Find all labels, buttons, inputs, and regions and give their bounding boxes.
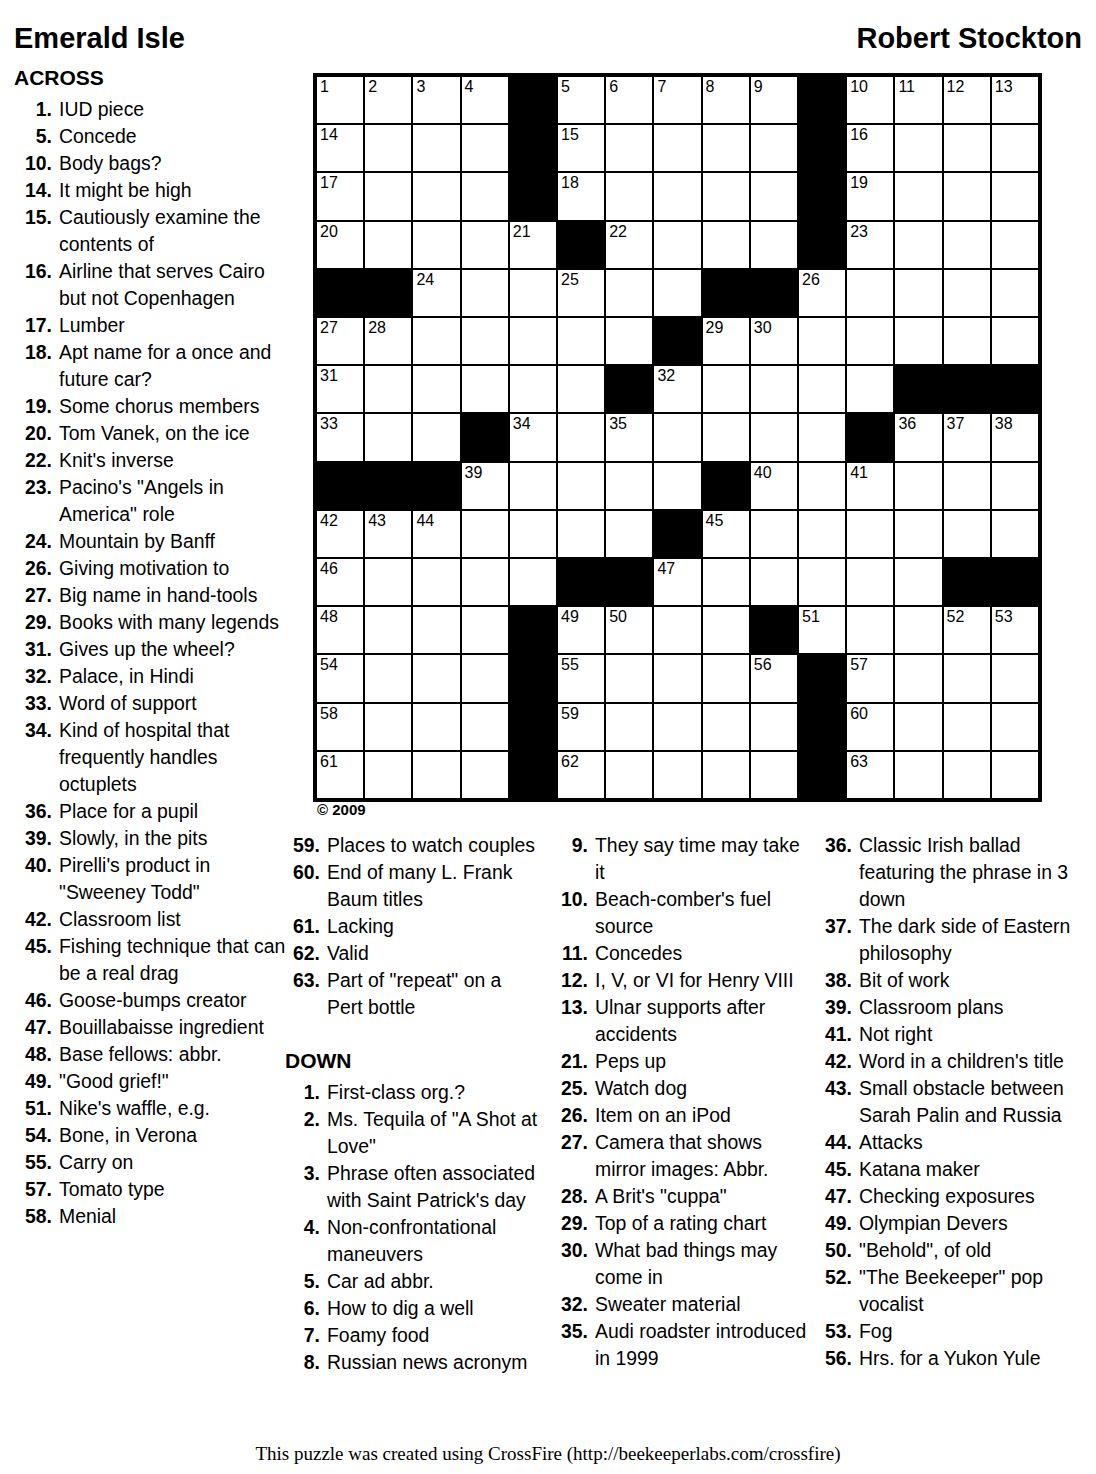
- white-cell[interactable]: [413, 173, 459, 219]
- white-cell[interactable]: [462, 173, 508, 219]
- clue-number: 38.: [815, 967, 859, 994]
- clue-item: 29.Top of a rating chart: [550, 1210, 812, 1237]
- white-cell[interactable]: 55: [558, 655, 604, 701]
- white-cell[interactable]: [799, 414, 845, 460]
- white-cell[interactable]: [703, 607, 749, 653]
- white-cell[interactable]: [462, 222, 508, 268]
- black-cell: [944, 366, 990, 412]
- clue-item: 36.Place for a pupil: [14, 798, 290, 825]
- clue-number: 2.: [285, 1106, 327, 1133]
- clue-number: 39.: [14, 825, 59, 852]
- white-cell[interactable]: [413, 318, 459, 364]
- clue-item: 2.Ms. Tequila of "A Shot at Love": [285, 1106, 542, 1160]
- white-cell[interactable]: [751, 222, 797, 268]
- cell-number: 41: [850, 464, 868, 482]
- clue-item: 37.The dark side of Eastern philosophy: [815, 913, 1093, 967]
- white-cell[interactable]: [654, 752, 700, 798]
- clue-number: 33.: [14, 690, 59, 717]
- clue-number: 13.: [550, 994, 595, 1021]
- white-cell[interactable]: [799, 463, 845, 509]
- clue-item: 3.Phrase often associated with Saint Pat…: [285, 1160, 542, 1214]
- white-cell[interactable]: [606, 318, 652, 364]
- clue-text: Airline that serves Cairo but not Copenh…: [59, 258, 290, 312]
- clue-item: 21.Peps up: [550, 1048, 812, 1075]
- white-cell[interactable]: [365, 366, 411, 412]
- white-cell[interactable]: 28: [365, 318, 411, 364]
- white-cell[interactable]: [654, 704, 700, 750]
- clue-item: 29.Books with many legends: [14, 609, 290, 636]
- white-cell[interactable]: 49: [558, 607, 604, 653]
- white-cell[interactable]: 51: [799, 607, 845, 653]
- black-cell: [606, 559, 652, 605]
- white-cell[interactable]: [751, 414, 797, 460]
- white-cell[interactable]: [462, 270, 508, 316]
- white-cell[interactable]: [944, 173, 990, 219]
- clue-text: Places to watch couples: [327, 832, 542, 859]
- white-cell[interactable]: 6: [606, 77, 652, 123]
- white-cell[interactable]: [944, 511, 990, 557]
- white-cell[interactable]: [944, 752, 990, 798]
- white-cell[interactable]: [944, 704, 990, 750]
- white-cell[interactable]: [413, 125, 459, 171]
- white-cell[interactable]: 58: [317, 704, 363, 750]
- white-cell[interactable]: [654, 655, 700, 701]
- white-cell[interactable]: 18: [558, 173, 604, 219]
- white-cell[interactable]: [606, 270, 652, 316]
- white-cell[interactable]: [751, 752, 797, 798]
- white-cell[interactable]: [895, 655, 941, 701]
- clue-number: 49.: [14, 1068, 59, 1095]
- white-cell[interactable]: [462, 752, 508, 798]
- white-cell[interactable]: [510, 270, 556, 316]
- white-cell[interactable]: 27: [317, 318, 363, 364]
- white-cell[interactable]: [944, 655, 990, 701]
- white-cell[interactable]: 13: [992, 77, 1038, 123]
- white-cell[interactable]: [654, 414, 700, 460]
- white-cell[interactable]: 59: [558, 704, 604, 750]
- white-cell[interactable]: [365, 655, 411, 701]
- down-clues-list-2: 9.They say time may take it10.Beach-comb…: [550, 832, 812, 1372]
- bottom-column-1: 59.Places to watch couples60.End of many…: [285, 832, 542, 1376]
- clue-item: 25.Watch dog: [550, 1075, 812, 1102]
- clue-item: 63.Part of "repeat" on a Pert bottle: [285, 967, 542, 1021]
- white-cell[interactable]: [847, 270, 893, 316]
- white-cell[interactable]: [847, 607, 893, 653]
- cell-number: 31: [320, 367, 338, 385]
- clue-item: 47.Checking exposures: [815, 1183, 1093, 1210]
- white-cell[interactable]: 53: [992, 607, 1038, 653]
- white-cell[interactable]: [462, 318, 508, 364]
- cell-number: 8: [706, 78, 715, 96]
- clue-item: 41.Not right: [815, 1021, 1093, 1048]
- white-cell[interactable]: 4: [462, 77, 508, 123]
- white-cell[interactable]: 60: [847, 704, 893, 750]
- white-cell[interactable]: 8: [703, 77, 749, 123]
- white-cell[interactable]: 14: [317, 125, 363, 171]
- white-cell[interactable]: 24: [413, 270, 459, 316]
- white-cell[interactable]: [992, 318, 1038, 364]
- clue-text: Valid: [327, 940, 542, 967]
- white-cell[interactable]: 2: [365, 77, 411, 123]
- clue-item: 35.Audi roadster introduced in 1999: [550, 1318, 812, 1372]
- white-cell[interactable]: [944, 222, 990, 268]
- white-cell[interactable]: [558, 414, 604, 460]
- white-cell[interactable]: 47: [654, 559, 700, 605]
- clue-number: 4.: [285, 1214, 327, 1241]
- clue-number: 41.: [815, 1021, 859, 1048]
- white-cell[interactable]: 10: [847, 77, 893, 123]
- clue-text: I, V, or VI for Henry VIII: [595, 967, 812, 994]
- white-cell[interactable]: [606, 655, 652, 701]
- white-cell[interactable]: [654, 125, 700, 171]
- clue-number: 3.: [285, 1160, 327, 1187]
- black-cell: [462, 414, 508, 460]
- clue-text: Gives up the wheel?: [59, 636, 290, 663]
- white-cell[interactable]: 3: [413, 77, 459, 123]
- black-cell: [510, 607, 556, 653]
- black-cell: [895, 366, 941, 412]
- white-cell[interactable]: 56: [751, 655, 797, 701]
- white-cell[interactable]: [365, 414, 411, 460]
- white-cell[interactable]: [944, 318, 990, 364]
- white-cell[interactable]: 57: [847, 655, 893, 701]
- white-cell[interactable]: [365, 125, 411, 171]
- white-cell[interactable]: 38: [992, 414, 1038, 460]
- clue-item: 53.Fog: [815, 1318, 1093, 1345]
- clue-number: 44.: [815, 1129, 859, 1156]
- white-cell[interactable]: 34: [510, 414, 556, 460]
- white-cell[interactable]: [992, 463, 1038, 509]
- white-cell[interactable]: [703, 752, 749, 798]
- white-cell[interactable]: 40: [751, 463, 797, 509]
- white-cell[interactable]: [799, 318, 845, 364]
- white-cell[interactable]: [606, 125, 652, 171]
- white-cell[interactable]: 61: [317, 752, 363, 798]
- white-cell[interactable]: [413, 414, 459, 460]
- clue-number: 43.: [815, 1075, 859, 1102]
- white-cell[interactable]: 30: [751, 318, 797, 364]
- white-cell[interactable]: 63: [847, 752, 893, 798]
- black-cell: [751, 607, 797, 653]
- clue-number: 29.: [14, 609, 59, 636]
- clue-number: 50.: [815, 1237, 859, 1264]
- black-cell: [510, 77, 556, 123]
- clue-number: 6.: [285, 1295, 327, 1322]
- white-cell[interactable]: [751, 173, 797, 219]
- white-cell[interactable]: [365, 607, 411, 653]
- white-cell[interactable]: 5: [558, 77, 604, 123]
- white-cell[interactable]: [413, 752, 459, 798]
- clue-number: 27.: [550, 1129, 595, 1156]
- clue-item: 27.Big name in hand-tools: [14, 582, 290, 609]
- white-cell[interactable]: [944, 270, 990, 316]
- white-cell[interactable]: 16: [847, 125, 893, 171]
- white-cell[interactable]: [413, 366, 459, 412]
- clue-text: Bouillabaisse ingredient: [59, 1014, 290, 1041]
- white-cell[interactable]: [558, 463, 604, 509]
- white-cell[interactable]: [606, 511, 652, 557]
- clue-text: Word in a children's title: [859, 1048, 1093, 1075]
- white-cell[interactable]: 26: [799, 270, 845, 316]
- white-cell[interactable]: [847, 559, 893, 605]
- white-cell[interactable]: 17: [317, 173, 363, 219]
- clue-text: Fishing technique that can be a real dra…: [59, 933, 290, 987]
- white-cell[interactable]: [944, 125, 990, 171]
- clue-item: 59.Places to watch couples: [285, 832, 542, 859]
- clue-number: 26.: [550, 1102, 595, 1129]
- white-cell[interactable]: [895, 270, 941, 316]
- white-cell[interactable]: [895, 511, 941, 557]
- clue-number: 63.: [285, 967, 327, 994]
- white-cell[interactable]: [462, 704, 508, 750]
- white-cell[interactable]: [462, 511, 508, 557]
- white-cell[interactable]: [606, 752, 652, 798]
- white-cell[interactable]: 22: [606, 222, 652, 268]
- clue-number: 60.: [285, 859, 327, 886]
- white-cell[interactable]: [799, 559, 845, 605]
- white-cell[interactable]: 62: [558, 752, 604, 798]
- white-cell[interactable]: 33: [317, 414, 363, 460]
- white-cell[interactable]: [992, 173, 1038, 219]
- clue-text: Sweater material: [595, 1291, 812, 1318]
- white-cell[interactable]: [654, 270, 700, 316]
- white-cell[interactable]: 35: [606, 414, 652, 460]
- white-cell[interactable]: [703, 366, 749, 412]
- white-cell[interactable]: [606, 704, 652, 750]
- cell-number: 50: [609, 608, 627, 626]
- white-cell[interactable]: [992, 125, 1038, 171]
- white-cell[interactable]: 25: [558, 270, 604, 316]
- cell-number: 9: [754, 78, 763, 96]
- white-cell[interactable]: [558, 318, 604, 364]
- clue-text: Bone, in Verona: [59, 1122, 290, 1149]
- white-cell[interactable]: 41: [847, 463, 893, 509]
- white-cell[interactable]: [992, 704, 1038, 750]
- black-cell: [799, 125, 845, 171]
- clue-text: Bit of work: [859, 967, 1093, 994]
- white-cell[interactable]: [703, 704, 749, 750]
- white-cell[interactable]: [510, 318, 556, 364]
- white-cell[interactable]: [895, 704, 941, 750]
- white-cell[interactable]: [654, 222, 700, 268]
- black-cell: [365, 270, 411, 316]
- white-cell[interactable]: [703, 414, 749, 460]
- cell-number: 16: [850, 126, 868, 144]
- white-cell[interactable]: 15: [558, 125, 604, 171]
- clue-number: 26.: [14, 555, 59, 582]
- clue-text: Item on an iPod: [595, 1102, 812, 1129]
- white-cell[interactable]: [895, 752, 941, 798]
- clue-item: 49."Good grief!": [14, 1068, 290, 1095]
- cell-number: 10: [850, 78, 868, 96]
- clue-item: 33.Word of support: [14, 690, 290, 717]
- white-cell[interactable]: [413, 655, 459, 701]
- white-cell[interactable]: [992, 511, 1038, 557]
- black-cell: [558, 559, 604, 605]
- white-cell[interactable]: 7: [654, 77, 700, 123]
- white-cell[interactable]: [895, 222, 941, 268]
- white-cell[interactable]: [558, 511, 604, 557]
- white-cell[interactable]: 54: [317, 655, 363, 701]
- white-cell[interactable]: [703, 222, 749, 268]
- white-cell[interactable]: [751, 559, 797, 605]
- white-cell[interactable]: 20: [317, 222, 363, 268]
- clue-text: IUD piece: [59, 96, 290, 123]
- white-cell[interactable]: [365, 222, 411, 268]
- white-cell[interactable]: [413, 559, 459, 605]
- clue-item: 13.Ulnar supports after accidents: [550, 994, 812, 1048]
- white-cell[interactable]: [751, 366, 797, 412]
- clue-number: 15.: [14, 204, 59, 231]
- white-cell[interactable]: 29: [703, 318, 749, 364]
- white-cell[interactable]: 9: [751, 77, 797, 123]
- clue-item: 50."Behold", of old: [815, 1237, 1093, 1264]
- clue-number: 51.: [14, 1095, 59, 1122]
- cell-number: 36: [898, 415, 916, 433]
- clue-item: 31.Gives up the wheel?: [14, 636, 290, 663]
- white-cell[interactable]: [654, 173, 700, 219]
- clue-text: Mountain by Banff: [59, 528, 290, 555]
- clue-number: 52.: [815, 1264, 859, 1291]
- white-cell[interactable]: [847, 511, 893, 557]
- white-cell[interactable]: 44: [413, 511, 459, 557]
- clue-number: 1.: [285, 1079, 327, 1106]
- white-cell[interactable]: 11: [895, 77, 941, 123]
- white-cell[interactable]: [799, 511, 845, 557]
- white-cell[interactable]: [510, 511, 556, 557]
- white-cell[interactable]: [895, 173, 941, 219]
- clue-number: 55.: [14, 1149, 59, 1176]
- white-cell[interactable]: [895, 607, 941, 653]
- white-cell[interactable]: 43: [365, 511, 411, 557]
- clue-number: 11.: [550, 940, 595, 967]
- clue-number: 8.: [285, 1349, 327, 1376]
- white-cell[interactable]: [751, 511, 797, 557]
- clue-text: Knit's inverse: [59, 447, 290, 474]
- clue-number: 18.: [14, 339, 59, 366]
- white-cell[interactable]: [847, 366, 893, 412]
- white-cell[interactable]: [462, 125, 508, 171]
- clue-text: Nike's waffle, e.g.: [59, 1095, 290, 1122]
- clue-number: 42.: [14, 906, 59, 933]
- clue-item: 43.Small obstacle between Sarah Palin an…: [815, 1075, 1093, 1129]
- black-cell: [799, 222, 845, 268]
- white-cell[interactable]: [413, 607, 459, 653]
- white-cell[interactable]: 36: [895, 414, 941, 460]
- white-cell[interactable]: 37: [944, 414, 990, 460]
- white-cell[interactable]: [558, 366, 604, 412]
- white-cell[interactable]: [992, 222, 1038, 268]
- clue-number: 32.: [550, 1291, 595, 1318]
- white-cell[interactable]: [703, 559, 749, 605]
- white-cell[interactable]: [703, 125, 749, 171]
- white-cell[interactable]: 12: [944, 77, 990, 123]
- white-cell[interactable]: [365, 173, 411, 219]
- white-cell[interactable]: 39: [462, 463, 508, 509]
- clue-number: 30.: [550, 1237, 595, 1264]
- white-cell[interactable]: [365, 752, 411, 798]
- clue-item: 30.What bad things may come in: [550, 1237, 812, 1291]
- white-cell[interactable]: [413, 222, 459, 268]
- white-cell[interactable]: [510, 463, 556, 509]
- cell-number: 56: [754, 656, 772, 674]
- white-cell[interactable]: 50: [606, 607, 652, 653]
- white-cell[interactable]: [365, 704, 411, 750]
- white-cell[interactable]: [462, 559, 508, 605]
- black-cell: [510, 704, 556, 750]
- white-cell[interactable]: 32: [654, 366, 700, 412]
- cell-number: 62: [561, 753, 579, 771]
- white-cell[interactable]: [895, 559, 941, 605]
- black-cell: [799, 752, 845, 798]
- white-cell[interactable]: 46: [317, 559, 363, 605]
- cell-number: 42: [320, 512, 338, 530]
- white-cell[interactable]: [462, 607, 508, 653]
- down-header: DOWN: [285, 1047, 542, 1074]
- white-cell[interactable]: [606, 463, 652, 509]
- white-cell[interactable]: [654, 607, 700, 653]
- clue-text: Slowly, in the pits: [59, 825, 290, 852]
- white-cell[interactable]: [799, 366, 845, 412]
- clue-number: 62.: [285, 940, 327, 967]
- white-cell[interactable]: 52: [944, 607, 990, 653]
- cell-number: 61: [320, 753, 338, 771]
- clue-item: 6.How to dig a well: [285, 1295, 542, 1322]
- white-cell[interactable]: [944, 463, 990, 509]
- white-cell[interactable]: [462, 655, 508, 701]
- clue-text: Beach-comber's fuel source: [595, 886, 812, 940]
- cell-number: 39: [465, 464, 483, 482]
- white-cell[interactable]: [510, 366, 556, 412]
- white-cell[interactable]: [413, 704, 459, 750]
- clue-text: "Behold", of old: [859, 1237, 1093, 1264]
- white-cell[interactable]: 31: [317, 366, 363, 412]
- white-cell[interactable]: 23: [847, 222, 893, 268]
- white-cell[interactable]: 42: [317, 511, 363, 557]
- cell-number: 57: [850, 656, 868, 674]
- white-cell[interactable]: [462, 366, 508, 412]
- clue-item: 8.Russian news acronym: [285, 1349, 542, 1376]
- white-cell[interactable]: [847, 318, 893, 364]
- cell-number: 15: [561, 126, 579, 144]
- clue-text: Fog: [859, 1318, 1093, 1345]
- white-cell[interactable]: [606, 173, 652, 219]
- white-cell[interactable]: 45: [703, 511, 749, 557]
- clue-item: 42.Word in a children's title: [815, 1048, 1093, 1075]
- white-cell[interactable]: [510, 559, 556, 605]
- white-cell[interactable]: [703, 655, 749, 701]
- white-cell[interactable]: [703, 173, 749, 219]
- white-cell[interactable]: [992, 752, 1038, 798]
- clue-number: 16.: [14, 258, 59, 285]
- white-cell[interactable]: [992, 655, 1038, 701]
- white-cell[interactable]: [751, 704, 797, 750]
- white-cell[interactable]: [992, 270, 1038, 316]
- white-cell[interactable]: [654, 463, 700, 509]
- white-cell[interactable]: 21: [510, 222, 556, 268]
- white-cell[interactable]: 48: [317, 607, 363, 653]
- clue-text: Camera that shows mirror images: Abbr.: [595, 1129, 812, 1183]
- white-cell[interactable]: [365, 559, 411, 605]
- white-cell[interactable]: 1: [317, 77, 363, 123]
- clue-number: 59.: [285, 832, 327, 859]
- white-cell[interactable]: [895, 125, 941, 171]
- white-cell[interactable]: [895, 318, 941, 364]
- cell-number: 18: [561, 174, 579, 192]
- white-cell[interactable]: 19: [847, 173, 893, 219]
- white-cell[interactable]: [751, 125, 797, 171]
- white-cell[interactable]: [895, 463, 941, 509]
